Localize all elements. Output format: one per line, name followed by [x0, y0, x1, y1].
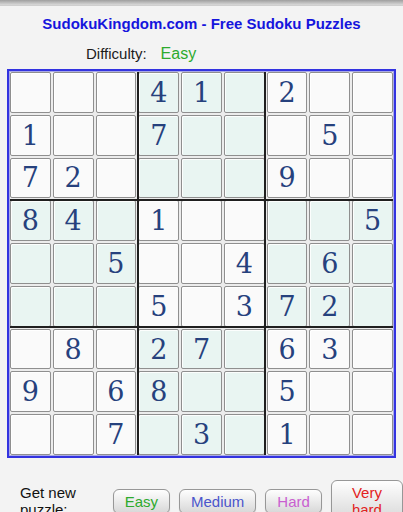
new-puzzle-label: Get new puzzle: [20, 484, 101, 512]
new-puzzle-easy-button[interactable]: Easy [113, 489, 170, 512]
new-puzzle-very-hard-button[interactable]: Very hard [331, 480, 403, 512]
sudoku-cell-empty[interactable] [10, 243, 51, 284]
sudoku-cell-empty[interactable] [352, 72, 393, 113]
sudoku-cell-empty[interactable] [224, 329, 265, 370]
sudoku-cell-empty[interactable] [96, 329, 137, 370]
difficulty-label: Difficulty: [86, 45, 147, 62]
sudoku-cell-empty[interactable] [224, 371, 265, 412]
new-puzzle-medium-button[interactable]: Medium [179, 489, 256, 512]
sudoku-cell-empty[interactable] [96, 72, 137, 113]
sudoku-cell-given: 8 [10, 200, 51, 241]
sudoku-cell-empty[interactable] [309, 414, 350, 455]
sudoku-cell-given: 3 [181, 414, 222, 455]
sudoku-cell-empty[interactable] [10, 286, 51, 327]
sudoku-cell-given: 8 [138, 371, 179, 412]
sudoku-cell-empty[interactable] [53, 414, 94, 455]
sudoku-cell-empty[interactable] [352, 243, 393, 284]
sudoku-cell-given: 4 [53, 200, 94, 241]
sudoku-cell-empty[interactable] [138, 243, 179, 284]
sudoku-cell-empty[interactable] [224, 72, 265, 113]
sudoku-cell-empty[interactable] [181, 371, 222, 412]
sudoku-board: 41217572984155465372827639685731 [10, 72, 393, 455]
sudoku-board-frame: 41217572984155465372827639685731 [7, 69, 396, 458]
sudoku-cell-empty[interactable] [96, 200, 137, 241]
sudoku-cell-given: 5 [96, 243, 137, 284]
new-puzzle-bar: Get new puzzle: Easy Medium Hard Very ha… [0, 480, 403, 512]
sudoku-cell-empty[interactable] [181, 200, 222, 241]
sudoku-cell-empty[interactable] [352, 414, 393, 455]
sudoku-cell-empty[interactable] [267, 243, 308, 284]
sudoku-cell-empty[interactable] [309, 371, 350, 412]
sudoku-cell-empty[interactable] [96, 286, 137, 327]
sudoku-cell-empty[interactable] [352, 115, 393, 156]
sudoku-cell-empty[interactable] [53, 72, 94, 113]
sudoku-cell-given: 2 [267, 72, 308, 113]
sudoku-cell-given: 3 [224, 286, 265, 327]
sudoku-cell-empty[interactable] [96, 115, 137, 156]
sudoku-cell-empty[interactable] [181, 286, 222, 327]
sudoku-cell-given: 2 [138, 329, 179, 370]
sudoku-cell-given: 7 [138, 115, 179, 156]
block-divider-vertical-1 [137, 72, 139, 455]
sudoku-cell-given: 2 [53, 158, 94, 199]
sudoku-cell-empty[interactable] [309, 72, 350, 113]
sudoku-cell-given: 5 [138, 286, 179, 327]
sudoku-cell-empty[interactable] [352, 286, 393, 327]
sudoku-cell-given: 9 [10, 371, 51, 412]
window-top-bar [0, 0, 403, 6]
sudoku-cell-empty[interactable] [224, 158, 265, 199]
sudoku-cell-given: 6 [309, 243, 350, 284]
sudoku-cell-empty[interactable] [181, 115, 222, 156]
sudoku-cell-given: 5 [309, 115, 350, 156]
sudoku-cell-empty[interactable] [352, 158, 393, 199]
sudoku-cell-given: 7 [181, 329, 222, 370]
sudoku-cell-empty[interactable] [138, 158, 179, 199]
sudoku-cell-given: 6 [96, 371, 137, 412]
sudoku-cell-given: 4 [224, 243, 265, 284]
sudoku-cell-empty[interactable] [181, 158, 222, 199]
sudoku-cell-empty[interactable] [224, 414, 265, 455]
sudoku-cell-given: 7 [267, 286, 308, 327]
sudoku-cell-given: 6 [267, 329, 308, 370]
sudoku-cell-empty[interactable] [224, 115, 265, 156]
sudoku-cell-empty[interactable] [267, 115, 308, 156]
page-title: SudokuKingdom.com - Free Sudoku Puzzles [0, 15, 403, 32]
block-divider-vertical-2 [264, 72, 266, 455]
sudoku-cell-empty[interactable] [10, 414, 51, 455]
sudoku-cell-given: 1 [138, 200, 179, 241]
sudoku-cell-empty[interactable] [352, 329, 393, 370]
sudoku-cell-given: 1 [181, 72, 222, 113]
sudoku-cell-given: 2 [309, 286, 350, 327]
difficulty-value: Easy [161, 45, 197, 63]
sudoku-cell-empty[interactable] [53, 371, 94, 412]
sudoku-cell-given: 5 [267, 371, 308, 412]
sudoku-cell-given: 8 [53, 329, 94, 370]
sudoku-cell-empty[interactable] [10, 72, 51, 113]
sudoku-cell-empty[interactable] [138, 414, 179, 455]
sudoku-cell-given: 9 [267, 158, 308, 199]
sudoku-cell-empty[interactable] [96, 158, 137, 199]
sudoku-cell-given: 1 [10, 115, 51, 156]
sudoku-cell-empty[interactable] [309, 200, 350, 241]
sudoku-cell-given: 7 [10, 158, 51, 199]
sudoku-cell-empty[interactable] [53, 115, 94, 156]
sudoku-cell-empty[interactable] [224, 200, 265, 241]
difficulty-row: Difficulty: Easy [0, 45, 403, 63]
sudoku-cell-given: 7 [96, 414, 137, 455]
sudoku-cell-given: 1 [267, 414, 308, 455]
sudoku-cell-given: 4 [138, 72, 179, 113]
sudoku-cell-empty[interactable] [181, 243, 222, 284]
sudoku-cell-given: 3 [309, 329, 350, 370]
sudoku-cell-empty[interactable] [309, 158, 350, 199]
sudoku-cell-given: 5 [352, 200, 393, 241]
sudoku-cell-empty[interactable] [10, 329, 51, 370]
new-puzzle-hard-button[interactable]: Hard [265, 489, 322, 512]
sudoku-cell-empty[interactable] [352, 371, 393, 412]
sudoku-cell-empty[interactable] [267, 200, 308, 241]
sudoku-cell-empty[interactable] [53, 243, 94, 284]
block-divider-horizontal-2 [10, 326, 393, 328]
sudoku-cell-empty[interactable] [53, 286, 94, 327]
block-divider-horizontal-1 [10, 199, 393, 201]
